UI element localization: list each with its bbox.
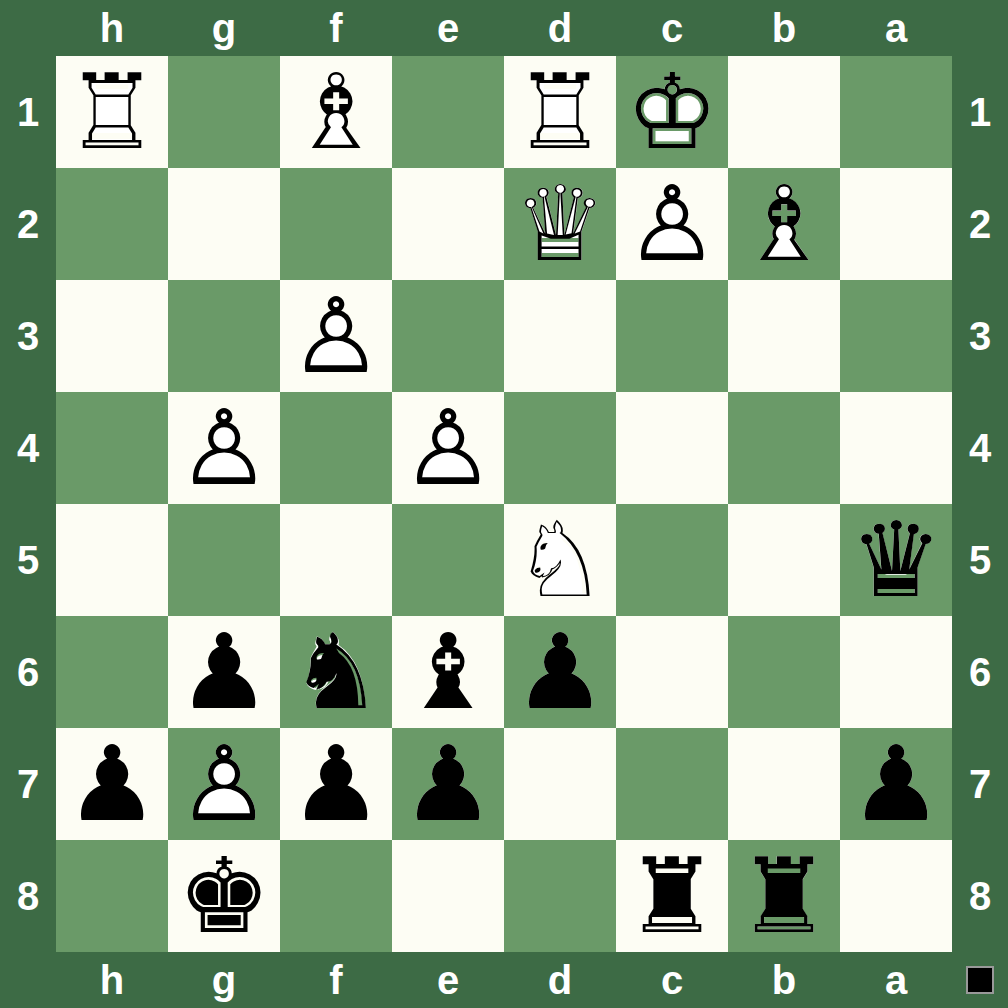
- square-d7[interactable]: [504, 728, 616, 840]
- black-pawn-outline-layer: ♟: [392, 728, 504, 840]
- black-pawn-outline-layer: ♟: [168, 616, 280, 728]
- square-c3[interactable]: [616, 280, 728, 392]
- white-pawn-outline-layer: ♙: [616, 168, 728, 280]
- square-c7[interactable]: [616, 728, 728, 840]
- black-pawn-fill-layer: ♙: [392, 728, 504, 840]
- square-f4[interactable]: [280, 392, 392, 504]
- file-label-top-d: d: [504, 0, 616, 56]
- white-king-fill-layer: ♚: [616, 56, 728, 168]
- black-king-fill-layer: ♔: [168, 840, 280, 952]
- square-g7[interactable]: ♟♙: [168, 728, 280, 840]
- square-b1[interactable]: [728, 56, 840, 168]
- square-d8[interactable]: [504, 840, 616, 952]
- rank-label-left-1: 1: [0, 56, 56, 168]
- square-e3[interactable]: [392, 280, 504, 392]
- square-e8[interactable]: [392, 840, 504, 952]
- white-rook-outline-layer: ♖: [504, 56, 616, 168]
- white-pawn-fill-layer: ♟: [280, 280, 392, 392]
- white-pawn-outline-layer: ♙: [280, 280, 392, 392]
- white-rook-outline-layer: ♖: [56, 56, 168, 168]
- square-e1[interactable]: [392, 56, 504, 168]
- square-b2[interactable]: ♝♗: [728, 168, 840, 280]
- rank-label-right-2: 2: [952, 168, 1008, 280]
- square-f5[interactable]: [280, 504, 392, 616]
- black-pawn-fill-layer: ♙: [56, 728, 168, 840]
- square-b8[interactable]: ♖♜: [728, 840, 840, 952]
- white-bishop-outline-layer: ♗: [280, 56, 392, 168]
- square-g2[interactable]: [168, 168, 280, 280]
- square-e4[interactable]: ♟♙: [392, 392, 504, 504]
- square-g8[interactable]: ♔♚: [168, 840, 280, 952]
- rank-label-left-2: 2: [0, 168, 56, 280]
- square-f1[interactable]: ♝♗: [280, 56, 392, 168]
- white-queen-outline-layer: ♕: [504, 168, 616, 280]
- black-bishop-outline-layer: ♝: [392, 616, 504, 728]
- square-e7[interactable]: ♙♟: [392, 728, 504, 840]
- border-corner-bottom-left: [0, 952, 56, 1008]
- square-d5[interactable]: ♞♘: [504, 504, 616, 616]
- black-king-outline-layer: ♚: [168, 840, 280, 952]
- square-b4[interactable]: [728, 392, 840, 504]
- white-pawn-fill-layer: ♟: [168, 728, 280, 840]
- rank-label-left-7: 7: [0, 728, 56, 840]
- square-a2[interactable]: [840, 168, 952, 280]
- square-c5[interactable]: [616, 504, 728, 616]
- square-h4[interactable]: [56, 392, 168, 504]
- white-pawn[interactable]: ♟♙: [168, 728, 280, 840]
- rank-label-left-5: 5: [0, 504, 56, 616]
- file-label-bottom-e: e: [392, 952, 504, 1008]
- white-queen[interactable]: ♛♕: [504, 168, 616, 280]
- square-g5[interactable]: [168, 504, 280, 616]
- white-pawn[interactable]: ♟♙: [280, 280, 392, 392]
- square-f3[interactable]: ♟♙: [280, 280, 392, 392]
- square-f2[interactable]: [280, 168, 392, 280]
- black-pawn[interactable]: ♙♟: [168, 616, 280, 728]
- black-pawn[interactable]: ♙♟: [840, 728, 952, 840]
- square-e6[interactable]: ♗♝: [392, 616, 504, 728]
- square-d4[interactable]: [504, 392, 616, 504]
- file-label-bottom-c: c: [616, 952, 728, 1008]
- rank-label-right-5: 5: [952, 504, 1008, 616]
- square-c8[interactable]: ♖♜: [616, 840, 728, 952]
- white-rook[interactable]: ♜♖: [56, 56, 168, 168]
- border-corner-top-left: [0, 0, 56, 56]
- square-g4[interactable]: ♟♙: [168, 392, 280, 504]
- black-pawn-fill-layer: ♙: [504, 616, 616, 728]
- square-c4[interactable]: [616, 392, 728, 504]
- square-b5[interactable]: [728, 504, 840, 616]
- black-pawn[interactable]: ♙♟: [56, 728, 168, 840]
- white-bishop-fill-layer: ♝: [280, 56, 392, 168]
- white-knight-outline-layer: ♘: [504, 504, 616, 616]
- file-label-top-c: c: [616, 0, 728, 56]
- square-d6[interactable]: ♙♟: [504, 616, 616, 728]
- rank-label-left-6: 6: [0, 616, 56, 728]
- square-b7[interactable]: [728, 728, 840, 840]
- black-rook-fill-layer: ♖: [728, 840, 840, 952]
- border-corner-bottom-right: [952, 952, 1008, 1008]
- square-c1[interactable]: ♚♔: [616, 56, 728, 168]
- file-label-top-h: h: [56, 0, 168, 56]
- rank-label-right-8: 8: [952, 840, 1008, 952]
- white-knight-fill-layer: ♞: [504, 504, 616, 616]
- file-label-top-f: f: [280, 0, 392, 56]
- file-label-top-b: b: [728, 0, 840, 56]
- square-a3[interactable]: [840, 280, 952, 392]
- black-bishop[interactable]: ♗♝: [392, 616, 504, 728]
- square-h6[interactable]: [56, 616, 168, 728]
- black-pawn-fill-layer: ♙: [168, 616, 280, 728]
- black-rook-fill-layer: ♖: [616, 840, 728, 952]
- rank-label-right-4: 4: [952, 392, 1008, 504]
- chessboard: hgfedcba1♜♖♝♗♜♖♚♔12♛♕♟♙♝♗23♟♙34♟♙♟♙45♞♘♕…: [0, 0, 1008, 1008]
- square-h7[interactable]: ♙♟: [56, 728, 168, 840]
- black-rook-outline-layer: ♜: [728, 840, 840, 952]
- square-g3[interactable]: [168, 280, 280, 392]
- file-label-bottom-d: d: [504, 952, 616, 1008]
- white-knight[interactable]: ♞♘: [504, 504, 616, 616]
- square-b6[interactable]: [728, 616, 840, 728]
- white-king-outline-layer: ♔: [616, 56, 728, 168]
- white-pawn-fill-layer: ♟: [392, 392, 504, 504]
- rank-label-right-3: 3: [952, 280, 1008, 392]
- white-pawn[interactable]: ♟♙: [168, 392, 280, 504]
- white-pawn[interactable]: ♟♙: [616, 168, 728, 280]
- black-queen-fill-layer: ♕: [840, 504, 952, 616]
- file-label-bottom-a: a: [840, 952, 952, 1008]
- file-label-top-a: a: [840, 0, 952, 56]
- square-h3[interactable]: [56, 280, 168, 392]
- white-pawn[interactable]: ♟♙: [392, 392, 504, 504]
- white-pawn-fill-layer: ♟: [168, 392, 280, 504]
- file-label-bottom-b: b: [728, 952, 840, 1008]
- black-rook-outline-layer: ♜: [616, 840, 728, 952]
- white-rook[interactable]: ♜♖: [504, 56, 616, 168]
- black-knight[interactable]: ♘♞: [280, 616, 392, 728]
- white-pawn-outline-layer: ♙: [168, 728, 280, 840]
- square-h2[interactable]: [56, 168, 168, 280]
- square-c2[interactable]: ♟♙: [616, 168, 728, 280]
- white-bishop-fill-layer: ♝: [728, 168, 840, 280]
- square-a5[interactable]: ♕♛: [840, 504, 952, 616]
- square-h8[interactable]: [56, 840, 168, 952]
- black-pawn[interactable]: ♙♟: [280, 728, 392, 840]
- file-label-top-g: g: [168, 0, 280, 56]
- square-a6[interactable]: [840, 616, 952, 728]
- square-e5[interactable]: [392, 504, 504, 616]
- white-pawn-fill-layer: ♟: [616, 168, 728, 280]
- black-rook[interactable]: ♖♜: [616, 840, 728, 952]
- black-pawn[interactable]: ♙♟: [392, 728, 504, 840]
- rank-label-right-1: 1: [952, 56, 1008, 168]
- square-f7[interactable]: ♙♟: [280, 728, 392, 840]
- white-bishop-outline-layer: ♗: [728, 168, 840, 280]
- black-rook[interactable]: ♖♜: [728, 840, 840, 952]
- white-pawn-outline-layer: ♙: [168, 392, 280, 504]
- square-g1[interactable]: [168, 56, 280, 168]
- white-rook-fill-layer: ♜: [56, 56, 168, 168]
- file-label-top-e: e: [392, 0, 504, 56]
- chessboard-diagram: hgfedcba1♜♖♝♗♜♖♚♔12♛♕♟♙♝♗23♟♙34♟♙♟♙45♞♘♕…: [0, 0, 1008, 1008]
- black-bishop-fill-layer: ♗: [392, 616, 504, 728]
- square-f6[interactable]: ♘♞: [280, 616, 392, 728]
- black-queen-outline-layer: ♛: [840, 504, 952, 616]
- white-queen-fill-layer: ♛: [504, 168, 616, 280]
- black-king[interactable]: ♔♚: [168, 840, 280, 952]
- black-queen[interactable]: ♕♛: [840, 504, 952, 616]
- square-g6[interactable]: ♙♟: [168, 616, 280, 728]
- square-d3[interactable]: [504, 280, 616, 392]
- white-bishop[interactable]: ♝♗: [280, 56, 392, 168]
- black-knight-fill-layer: ♘: [280, 616, 392, 728]
- square-c6[interactable]: [616, 616, 728, 728]
- black-knight-outline-layer: ♞: [280, 616, 392, 728]
- white-rook-fill-layer: ♜: [504, 56, 616, 168]
- black-to-move-indicator: [966, 966, 994, 994]
- white-pawn-outline-layer: ♙: [392, 392, 504, 504]
- square-d2[interactable]: ♛♕: [504, 168, 616, 280]
- border-corner-top-right: [952, 0, 1008, 56]
- square-d1[interactable]: ♜♖: [504, 56, 616, 168]
- rank-label-right-6: 6: [952, 616, 1008, 728]
- black-pawn-fill-layer: ♙: [280, 728, 392, 840]
- square-a1[interactable]: [840, 56, 952, 168]
- rank-label-left-4: 4: [0, 392, 56, 504]
- black-pawn-outline-layer: ♟: [280, 728, 392, 840]
- square-b3[interactable]: [728, 280, 840, 392]
- rank-label-right-7: 7: [952, 728, 1008, 840]
- file-label-bottom-f: f: [280, 952, 392, 1008]
- black-pawn-outline-layer: ♟: [56, 728, 168, 840]
- black-pawn-outline-layer: ♟: [504, 616, 616, 728]
- square-a4[interactable]: [840, 392, 952, 504]
- square-h1[interactable]: ♜♖: [56, 56, 168, 168]
- square-a8[interactable]: [840, 840, 952, 952]
- white-bishop[interactable]: ♝♗: [728, 168, 840, 280]
- white-king[interactable]: ♚♔: [616, 56, 728, 168]
- rank-label-left-3: 3: [0, 280, 56, 392]
- black-pawn-outline-layer: ♟: [840, 728, 952, 840]
- black-pawn[interactable]: ♙♟: [504, 616, 616, 728]
- rank-label-left-8: 8: [0, 840, 56, 952]
- square-f8[interactable]: [280, 840, 392, 952]
- square-e2[interactable]: [392, 168, 504, 280]
- file-label-bottom-h: h: [56, 952, 168, 1008]
- black-pawn-fill-layer: ♙: [840, 728, 952, 840]
- square-h5[interactable]: [56, 504, 168, 616]
- file-label-bottom-g: g: [168, 952, 280, 1008]
- square-a7[interactable]: ♙♟: [840, 728, 952, 840]
